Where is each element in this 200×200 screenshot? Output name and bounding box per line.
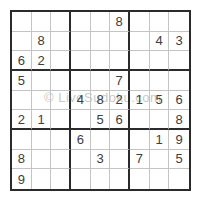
sudoku-cell-r6c4[interactable]: [71, 110, 91, 130]
sudoku-cell-r3c6[interactable]: [110, 51, 130, 71]
sudoku-cell-r7c9[interactable]: 9: [169, 130, 189, 150]
sudoku-board: 884362574821562156861983759: [10, 10, 191, 191]
sudoku-cell-r1c3[interactable]: [51, 12, 71, 32]
sudoku-cell-r4c6[interactable]: 7: [110, 71, 130, 91]
sudoku-cell-r7c4[interactable]: 6: [71, 130, 91, 150]
sudoku-cell-r3c2[interactable]: 2: [32, 51, 52, 71]
sudoku-cell-r9c6[interactable]: [110, 169, 130, 189]
sudoku-cell-r3c4[interactable]: [71, 51, 91, 71]
sudoku-cell-r4c8[interactable]: [150, 71, 170, 91]
sudoku-cell-r3c9[interactable]: [169, 51, 189, 71]
sudoku-cell-r4c7[interactable]: [130, 71, 150, 91]
sudoku-cell-r9c2[interactable]: [32, 169, 52, 189]
sudoku-cell-r8c2[interactable]: [32, 150, 52, 170]
sudoku-cell-r4c4[interactable]: [71, 71, 91, 91]
sudoku-cell-r2c3[interactable]: [51, 32, 71, 52]
sudoku-cell-r3c5[interactable]: [91, 51, 111, 71]
sudoku-cell-r1c6[interactable]: 8: [110, 12, 130, 32]
sudoku-cell-r3c7[interactable]: [130, 51, 150, 71]
sudoku-cell-r1c8[interactable]: [150, 12, 170, 32]
sudoku-cell-r5c2[interactable]: [32, 91, 52, 111]
sudoku-cell-r3c3[interactable]: [51, 51, 71, 71]
sudoku-cell-r3c8[interactable]: [150, 51, 170, 71]
sudoku-cell-r1c7[interactable]: [130, 12, 150, 32]
sudoku-cell-r2c8[interactable]: 4: [150, 32, 170, 52]
sudoku-cell-r3c1[interactable]: 6: [12, 51, 32, 71]
sudoku-cell-r4c2[interactable]: [32, 71, 52, 91]
sudoku-cell-r9c7[interactable]: [130, 169, 150, 189]
sudoku-cell-r1c9[interactable]: [169, 12, 189, 32]
sudoku-cell-r4c1[interactable]: 5: [12, 71, 32, 91]
sudoku-cell-r9c5[interactable]: [91, 169, 111, 189]
sudoku-cell-r2c5[interactable]: [91, 32, 111, 52]
sudoku-cell-r8c5[interactable]: 3: [91, 150, 111, 170]
sudoku-cell-r8c4[interactable]: [71, 150, 91, 170]
sudoku-cell-r5c6[interactable]: 2: [110, 91, 130, 111]
sudoku-cell-r7c1[interactable]: [12, 130, 32, 150]
sudoku-cell-r2c7[interactable]: [130, 32, 150, 52]
sudoku-cell-r6c9[interactable]: 8: [169, 110, 189, 130]
sudoku-cell-r2c4[interactable]: [71, 32, 91, 52]
sudoku-cell-r9c9[interactable]: [169, 169, 189, 189]
sudoku-cell-r8c3[interactable]: [51, 150, 71, 170]
sudoku-cell-r9c4[interactable]: [71, 169, 91, 189]
sudoku-cell-r1c1[interactable]: [12, 12, 32, 32]
sudoku-cell-r7c5[interactable]: [91, 130, 111, 150]
sudoku-page: © LiveSudoku.com 88436257482156215686198…: [0, 0, 200, 200]
sudoku-cell-r1c5[interactable]: [91, 12, 111, 32]
sudoku-cell-r6c7[interactable]: [130, 110, 150, 130]
sudoku-cell-r8c6[interactable]: [110, 150, 130, 170]
sudoku-cell-r2c1[interactable]: [12, 32, 32, 52]
sudoku-cell-r8c8[interactable]: [150, 150, 170, 170]
sudoku-cell-r2c6[interactable]: [110, 32, 130, 52]
sudoku-cell-r9c1[interactable]: 9: [12, 169, 32, 189]
sudoku-cell-r4c3[interactable]: [51, 71, 71, 91]
sudoku-cell-r6c1[interactable]: 2: [12, 110, 32, 130]
sudoku-cell-r4c9[interactable]: [169, 71, 189, 91]
sudoku-cell-r5c4[interactable]: 4: [71, 91, 91, 111]
sudoku-cell-r5c1[interactable]: [12, 91, 32, 111]
sudoku-cell-r8c1[interactable]: 8: [12, 150, 32, 170]
sudoku-cell-r7c7[interactable]: [130, 130, 150, 150]
sudoku-cell-r7c8[interactable]: 1: [150, 130, 170, 150]
sudoku-cell-r2c9[interactable]: 3: [169, 32, 189, 52]
sudoku-cell-r5c9[interactable]: 6: [169, 91, 189, 111]
sudoku-cell-r2c2[interactable]: 8: [32, 32, 52, 52]
sudoku-cell-r7c2[interactable]: [32, 130, 52, 150]
sudoku-cell-r5c5[interactable]: 8: [91, 91, 111, 111]
sudoku-cell-r5c8[interactable]: 5: [150, 91, 170, 111]
sudoku-cell-r1c2[interactable]: [32, 12, 52, 32]
sudoku-cell-r6c8[interactable]: [150, 110, 170, 130]
sudoku-cell-r6c3[interactable]: [51, 110, 71, 130]
sudoku-cell-r4c5[interactable]: [91, 71, 111, 91]
sudoku-cell-r8c7[interactable]: 7: [130, 150, 150, 170]
sudoku-cell-r9c3[interactable]: [51, 169, 71, 189]
sudoku-cell-r7c6[interactable]: [110, 130, 130, 150]
sudoku-cell-r5c3[interactable]: [51, 91, 71, 111]
sudoku-cell-r6c2[interactable]: 1: [32, 110, 52, 130]
sudoku-cell-r1c4[interactable]: [71, 12, 91, 32]
sudoku-cell-r9c8[interactable]: [150, 169, 170, 189]
sudoku-cell-r5c7[interactable]: 1: [130, 91, 150, 111]
sudoku-cell-r6c5[interactable]: 5: [91, 110, 111, 130]
sudoku-cell-r7c3[interactable]: [51, 130, 71, 150]
sudoku-cell-r6c6[interactable]: 6: [110, 110, 130, 130]
sudoku-cell-r8c9[interactable]: 5: [169, 150, 189, 170]
